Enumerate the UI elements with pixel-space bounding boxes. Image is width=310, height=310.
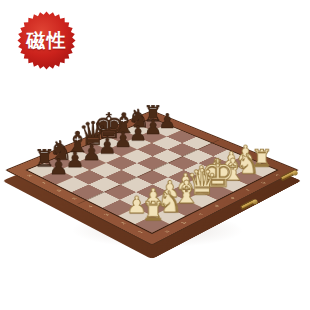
black-pawn: ♟ bbox=[49, 156, 69, 178]
white-rook: ♜ bbox=[141, 198, 165, 224]
rank-label-1: 1 bbox=[135, 229, 146, 235]
rank-label-7: 7 bbox=[39, 181, 50, 186]
black-pawn: ♟ bbox=[82, 142, 101, 163]
rank-label-6: 6 bbox=[54, 188, 65, 193]
rank-label-4: 4 bbox=[85, 204, 96, 209]
rank-label-2: 2 bbox=[118, 221, 129, 227]
magnetic-badge: 磁性 bbox=[17, 11, 76, 70]
product-photo: ♜♞♝♛♚♝♞♜♟♟♟♟♟♟♟♟♟♟♟♟♟♟♟♟♜♞♝♛♚♝♞♜ a1b2c3d… bbox=[0, 0, 310, 310]
rank-label-8: 8 bbox=[25, 173, 35, 178]
badge-label: 磁性 bbox=[17, 11, 76, 70]
black-pawn: ♟ bbox=[66, 149, 85, 171]
rank-label-3: 3 bbox=[101, 212, 112, 217]
rank-label-5: 5 bbox=[69, 196, 80, 201]
